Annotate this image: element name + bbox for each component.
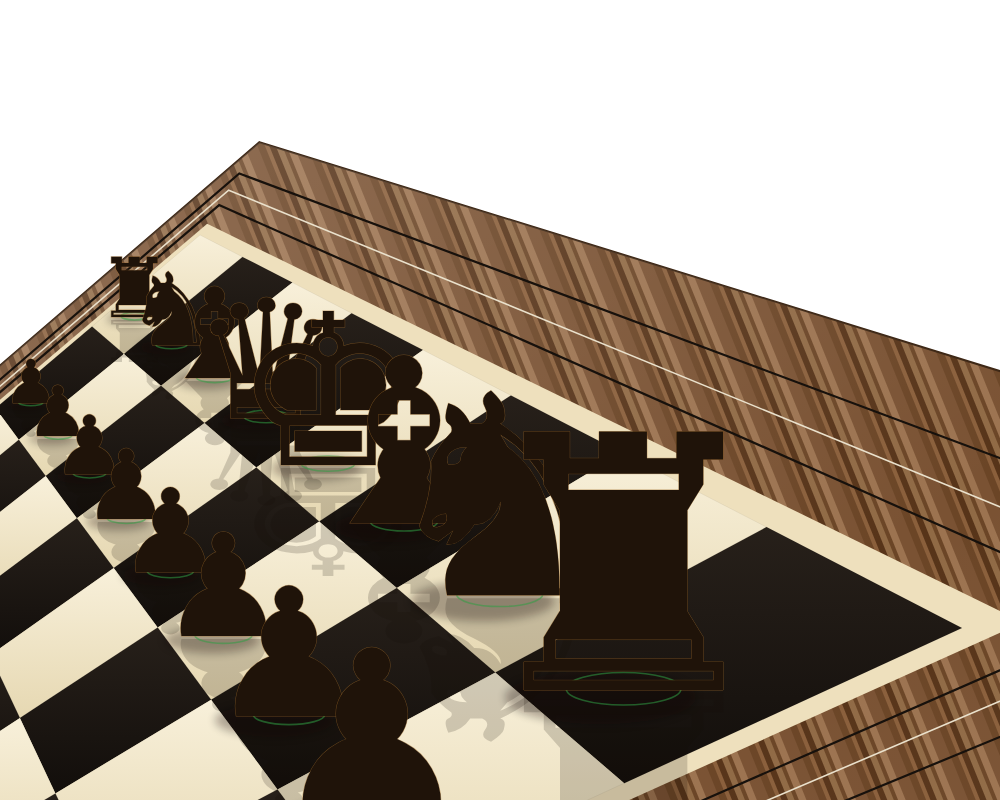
- piece-group-rook-h8: ♜♜: [465, 362, 782, 800]
- piece-black-rook-h8[interactable]: ♜: [465, 362, 782, 773]
- piece-group-pawn-h7: ♟♟: [268, 601, 475, 800]
- piece-black-pawn-h7[interactable]: ♟: [268, 601, 475, 800]
- product-photo: ♜♜♞♞♝♝♟♟♛♛♟♟♚♚♟♟♟♟♝♝♟♟♞♞♟♟♜♜♟♟♟♟: [0, 0, 1000, 800]
- chess-board-photo: ♜♜♞♞♝♝♟♟♛♛♟♟♚♚♟♟♟♟♝♝♟♟♞♞♟♟♜♜♟♟♟♟: [0, 0, 1000, 800]
